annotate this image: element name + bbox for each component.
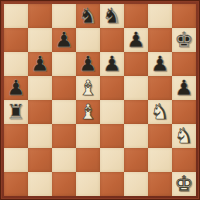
piece-black-pawn[interactable]: ♟	[148, 52, 172, 76]
square-e1[interactable]	[100, 172, 124, 196]
square-a2[interactable]	[4, 148, 28, 172]
square-b5[interactable]	[28, 76, 52, 100]
square-f2[interactable]	[124, 148, 148, 172]
piece-black-knight[interactable]: ♞	[100, 4, 124, 28]
square-c8[interactable]	[52, 4, 76, 28]
piece-black-pawn[interactable]: ♟	[172, 76, 196, 100]
square-d6[interactable]: ♟	[76, 52, 100, 76]
square-e2[interactable]	[100, 148, 124, 172]
square-b6[interactable]: ♟	[28, 52, 52, 76]
piece-white-king[interactable]: ♚	[172, 172, 196, 196]
square-f6[interactable]	[124, 52, 148, 76]
square-a1[interactable]	[4, 172, 28, 196]
square-g4[interactable]: ♞	[148, 100, 172, 124]
square-d4[interactable]: ♝	[76, 100, 100, 124]
square-e7[interactable]	[100, 28, 124, 52]
square-d8[interactable]: ♞	[76, 4, 100, 28]
piece-black-pawn[interactable]: ♟	[52, 28, 76, 52]
square-h4[interactable]	[172, 100, 196, 124]
square-f5[interactable]	[124, 76, 148, 100]
square-g6[interactable]: ♟	[148, 52, 172, 76]
square-c2[interactable]	[52, 148, 76, 172]
square-c7[interactable]: ♟	[52, 28, 76, 52]
square-c6[interactable]	[52, 52, 76, 76]
square-g2[interactable]	[148, 148, 172, 172]
square-c1[interactable]	[52, 172, 76, 196]
piece-white-knight[interactable]: ♞	[172, 124, 196, 148]
square-e4[interactable]	[100, 100, 124, 124]
square-c4[interactable]	[52, 100, 76, 124]
square-a8[interactable]	[4, 4, 28, 28]
piece-black-pawn[interactable]: ♟	[124, 28, 148, 52]
square-e5[interactable]	[100, 76, 124, 100]
square-d5[interactable]: ♝	[76, 76, 100, 100]
chess-board-frame: ♞♞♟♟♚♟♟♟♟♟♝♟♜♝♞♞♚	[0, 0, 200, 200]
square-a7[interactable]	[4, 28, 28, 52]
chess-board: ♞♞♟♟♚♟♟♟♟♟♝♟♜♝♞♞♚	[4, 4, 196, 196]
square-b3[interactable]	[28, 124, 52, 148]
piece-black-pawn[interactable]: ♟	[76, 52, 100, 76]
square-f4[interactable]	[124, 100, 148, 124]
square-b1[interactable]	[28, 172, 52, 196]
piece-white-knight[interactable]: ♞	[148, 100, 172, 124]
square-h2[interactable]	[172, 148, 196, 172]
square-h5[interactable]: ♟	[172, 76, 196, 100]
square-f8[interactable]	[124, 4, 148, 28]
piece-black-pawn[interactable]: ♟	[4, 76, 28, 100]
square-a4[interactable]: ♜	[4, 100, 28, 124]
piece-white-bishop[interactable]: ♝	[76, 100, 100, 124]
square-g7[interactable]	[148, 28, 172, 52]
square-b4[interactable]	[28, 100, 52, 124]
square-d7[interactable]	[76, 28, 100, 52]
square-f1[interactable]	[124, 172, 148, 196]
piece-black-pawn[interactable]: ♟	[100, 52, 124, 76]
square-e3[interactable]	[100, 124, 124, 148]
square-c5[interactable]	[52, 76, 76, 100]
square-h7[interactable]: ♚	[172, 28, 196, 52]
piece-black-pawn[interactable]: ♟	[28, 52, 52, 76]
square-b8[interactable]	[28, 4, 52, 28]
square-g1[interactable]	[148, 172, 172, 196]
piece-black-king[interactable]: ♚	[172, 28, 196, 52]
square-h8[interactable]	[172, 4, 196, 28]
square-b7[interactable]	[28, 28, 52, 52]
square-c3[interactable]	[52, 124, 76, 148]
square-g8[interactable]	[148, 4, 172, 28]
piece-white-bishop[interactable]: ♝	[76, 76, 100, 100]
piece-black-rook[interactable]: ♜	[4, 100, 28, 124]
square-a6[interactable]	[4, 52, 28, 76]
square-h3[interactable]: ♞	[172, 124, 196, 148]
square-e6[interactable]: ♟	[100, 52, 124, 76]
square-d1[interactable]	[76, 172, 100, 196]
square-e8[interactable]: ♞	[100, 4, 124, 28]
square-f7[interactable]: ♟	[124, 28, 148, 52]
square-f3[interactable]	[124, 124, 148, 148]
square-h1[interactable]: ♚	[172, 172, 196, 196]
square-g3[interactable]	[148, 124, 172, 148]
square-a5[interactable]: ♟	[4, 76, 28, 100]
square-b2[interactable]	[28, 148, 52, 172]
square-h6[interactable]	[172, 52, 196, 76]
square-a3[interactable]	[4, 124, 28, 148]
piece-black-knight[interactable]: ♞	[76, 4, 100, 28]
square-d3[interactable]	[76, 124, 100, 148]
square-d2[interactable]	[76, 148, 100, 172]
square-g5[interactable]	[148, 76, 172, 100]
